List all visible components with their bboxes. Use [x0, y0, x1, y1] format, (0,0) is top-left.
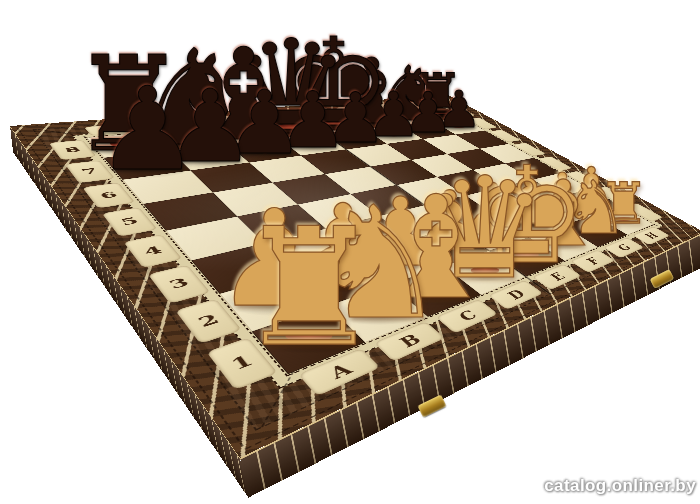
piece-black-pawn-a7: ♟: [96, 72, 199, 187]
piece-white-rook-a1: ♜: [236, 207, 382, 370]
chess-set-photo: ABCDEFGH87654321 catalog.onliner.by ♜♞♝♛…: [0, 0, 700, 504]
watermark: catalog.onliner.by: [544, 476, 696, 496]
watermark-text: catalog.onliner.by: [544, 476, 696, 495]
